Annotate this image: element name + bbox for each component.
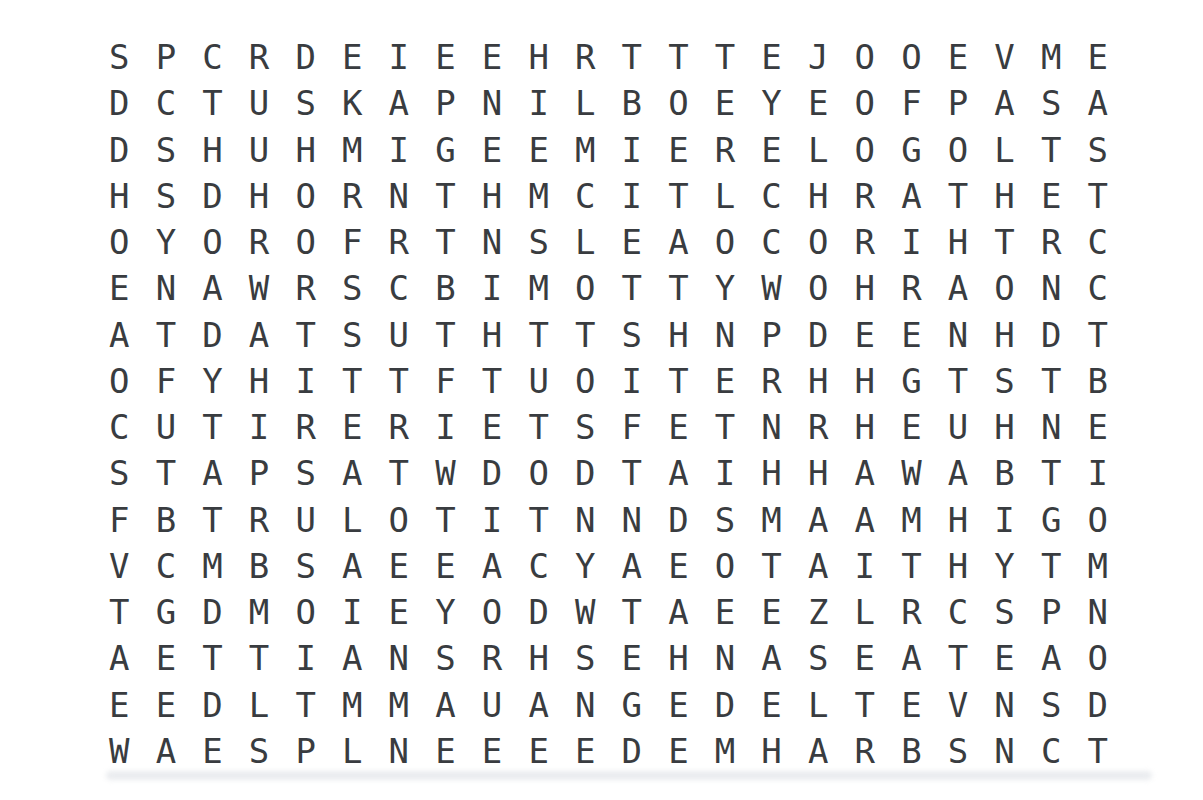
grid-cell[interactable]: E — [748, 127, 795, 173]
grid-cell[interactable]: C — [748, 219, 795, 265]
grid-cell[interactable]: F — [329, 219, 376, 265]
grid-cell[interactable]: D — [96, 127, 143, 173]
grid-cell[interactable]: H — [469, 173, 516, 219]
grid-cell[interactable]: H — [935, 543, 982, 589]
grid-cell[interactable]: E — [655, 404, 702, 450]
grid-cell[interactable]: O — [842, 80, 889, 126]
grid-cell[interactable]: S — [1074, 127, 1121, 173]
grid-cell[interactable]: T — [748, 543, 795, 589]
grid-cell[interactable]: N — [562, 497, 609, 543]
grid-cell[interactable]: O — [795, 265, 842, 311]
grid-cell[interactable]: O — [376, 497, 423, 543]
grid-cell[interactable]: J — [795, 34, 842, 80]
grid-cell[interactable]: T — [1028, 127, 1075, 173]
grid-cell[interactable]: T — [702, 34, 749, 80]
grid-cell[interactable]: T — [655, 34, 702, 80]
grid-cell[interactable]: T — [1074, 728, 1121, 774]
grid-cell[interactable]: P — [748, 312, 795, 358]
grid-cell[interactable]: C — [143, 80, 190, 126]
grid-cell[interactable]: A — [655, 589, 702, 635]
grid-cell[interactable]: A — [1074, 80, 1121, 126]
grid-cell[interactable]: M — [702, 728, 749, 774]
grid-cell[interactable]: T — [329, 358, 376, 404]
grid-cell[interactable]: H — [748, 728, 795, 774]
grid-cell[interactable]: S — [143, 173, 190, 219]
grid-cell[interactable]: E — [1028, 173, 1075, 219]
grid-cell[interactable]: A — [655, 219, 702, 265]
grid-cell[interactable]: O — [1074, 635, 1121, 681]
grid-cell[interactable]: T — [842, 682, 889, 728]
grid-cell[interactable]: L — [702, 173, 749, 219]
grid-cell[interactable]: D — [189, 312, 236, 358]
grid-cell[interactable]: F — [422, 358, 469, 404]
grid-cell[interactable]: D — [96, 80, 143, 126]
grid-cell[interactable]: H — [935, 497, 982, 543]
grid-cell[interactable]: O — [562, 358, 609, 404]
grid-cell[interactable]: A — [515, 682, 562, 728]
grid-cell[interactable]: O — [795, 219, 842, 265]
grid-cell[interactable]: T — [1028, 543, 1075, 589]
grid-cell[interactable]: U — [236, 127, 283, 173]
grid-cell[interactable]: E — [795, 80, 842, 126]
grid-cell[interactable]: R — [236, 219, 283, 265]
grid-cell[interactable]: H — [795, 358, 842, 404]
grid-cell[interactable]: T — [1074, 173, 1121, 219]
grid-cell[interactable]: L — [329, 497, 376, 543]
grid-cell[interactable]: E — [748, 589, 795, 635]
grid-cell[interactable]: U — [935, 404, 982, 450]
grid-cell[interactable]: A — [981, 80, 1028, 126]
grid-cell[interactable]: N — [376, 728, 423, 774]
grid-cell[interactable]: G — [422, 127, 469, 173]
grid-cell[interactable]: N — [748, 404, 795, 450]
grid-cell[interactable]: I — [609, 173, 656, 219]
grid-cell[interactable]: I — [282, 635, 329, 681]
grid-cell[interactable]: N — [702, 635, 749, 681]
grid-cell[interactable]: R — [1028, 219, 1075, 265]
grid-cell[interactable]: E — [655, 728, 702, 774]
grid-cell[interactable]: N — [469, 80, 516, 126]
grid-cell[interactable]: A — [842, 450, 889, 496]
grid-cell[interactable]: H — [842, 404, 889, 450]
grid-cell[interactable]: E — [329, 34, 376, 80]
grid-cell[interactable]: E — [748, 34, 795, 80]
grid-cell[interactable]: S — [515, 219, 562, 265]
grid-cell[interactable]: M — [1074, 543, 1121, 589]
grid-cell[interactable]: D — [795, 312, 842, 358]
grid-cell[interactable]: N — [702, 312, 749, 358]
grid-cell[interactable]: W — [748, 265, 795, 311]
grid-cell[interactable]: B — [888, 728, 935, 774]
grid-cell[interactable]: T — [1028, 450, 1075, 496]
grid-cell[interactable]: H — [282, 127, 329, 173]
grid-cell[interactable]: T — [1028, 358, 1075, 404]
grid-cell[interactable]: T — [96, 589, 143, 635]
grid-cell[interactable]: D — [515, 589, 562, 635]
grid-cell[interactable]: A — [143, 728, 190, 774]
grid-cell[interactable]: T — [143, 450, 190, 496]
grid-cell[interactable]: R — [376, 404, 423, 450]
grid-cell[interactable]: N — [562, 682, 609, 728]
grid-cell[interactable]: M — [515, 265, 562, 311]
grid-cell[interactable]: A — [795, 497, 842, 543]
grid-cell[interactable]: R — [888, 265, 935, 311]
grid-cell[interactable]: A — [189, 265, 236, 311]
grid-cell[interactable]: D — [469, 450, 516, 496]
grid-cell[interactable]: O — [282, 589, 329, 635]
grid-cell[interactable]: R — [329, 173, 376, 219]
grid-cell[interactable]: A — [189, 450, 236, 496]
grid-cell[interactable]: H — [842, 265, 889, 311]
grid-cell[interactable]: L — [795, 127, 842, 173]
grid-cell[interactable]: S — [702, 497, 749, 543]
grid-cell[interactable]: E — [748, 682, 795, 728]
grid-cell[interactable]: N — [1028, 265, 1075, 311]
grid-cell[interactable]: M — [329, 127, 376, 173]
grid-cell[interactable]: C — [96, 404, 143, 450]
grid-cell[interactable]: S — [422, 635, 469, 681]
grid-cell[interactable]: H — [842, 358, 889, 404]
grid-cell[interactable]: T — [376, 450, 423, 496]
grid-cell[interactable]: G — [1028, 497, 1075, 543]
grid-cell[interactable]: R — [702, 127, 749, 173]
grid-cell[interactable]: N — [1074, 589, 1121, 635]
grid-cell[interactable]: P — [236, 450, 283, 496]
grid-cell[interactable]: T — [189, 80, 236, 126]
grid-cell[interactable]: O — [96, 219, 143, 265]
grid-cell[interactable]: C — [1074, 265, 1121, 311]
grid-cell[interactable]: E — [609, 635, 656, 681]
grid-cell[interactable]: T — [562, 312, 609, 358]
grid-cell[interactable]: C — [1074, 219, 1121, 265]
grid-cell[interactable]: H — [469, 312, 516, 358]
grid-cell[interactable]: I — [1074, 450, 1121, 496]
grid-cell[interactable]: A — [935, 265, 982, 311]
grid-cell[interactable]: S — [96, 34, 143, 80]
grid-cell[interactable]: W — [888, 450, 935, 496]
grid-cell[interactable]: T — [189, 404, 236, 450]
grid-cell[interactable]: E — [469, 34, 516, 80]
grid-cell[interactable]: T — [655, 358, 702, 404]
grid-cell[interactable]: E — [702, 589, 749, 635]
grid-cell[interactable]: D — [282, 34, 329, 80]
grid-cell[interactable]: E — [888, 404, 935, 450]
grid-cell[interactable]: Y — [981, 543, 1028, 589]
grid-cell[interactable]: T — [655, 265, 702, 311]
grid-cell[interactable]: A — [935, 450, 982, 496]
grid-cell[interactable]: I — [609, 358, 656, 404]
grid-cell[interactable]: A — [469, 543, 516, 589]
grid-cell[interactable]: H — [515, 635, 562, 681]
grid-cell[interactable]: H — [189, 127, 236, 173]
grid-cell[interactable]: V — [935, 682, 982, 728]
grid-cell[interactable]: A — [329, 635, 376, 681]
grid-cell[interactable]: E — [888, 682, 935, 728]
grid-cell[interactable]: W — [236, 265, 283, 311]
grid-cell[interactable]: R — [842, 173, 889, 219]
grid-cell[interactable]: E — [422, 728, 469, 774]
grid-cell[interactable]: E — [842, 312, 889, 358]
grid-cell[interactable]: S — [96, 450, 143, 496]
grid-cell[interactable]: O — [702, 219, 749, 265]
grid-cell[interactable]: C — [935, 589, 982, 635]
grid-cell[interactable]: T — [609, 34, 656, 80]
grid-cell[interactable]: H — [981, 404, 1028, 450]
grid-cell[interactable]: E — [515, 728, 562, 774]
grid-cell[interactable]: R — [795, 404, 842, 450]
grid-cell[interactable]: H — [655, 312, 702, 358]
grid-cell[interactable]: N — [1028, 404, 1075, 450]
grid-cell[interactable]: S — [935, 728, 982, 774]
grid-cell[interactable]: U — [469, 682, 516, 728]
grid-cell[interactable]: A — [795, 728, 842, 774]
grid-cell[interactable]: S — [981, 589, 1028, 635]
grid-cell[interactable]: I — [329, 589, 376, 635]
grid-cell[interactable]: I — [376, 127, 423, 173]
grid-cell[interactable]: C — [515, 543, 562, 589]
grid-cell[interactable]: E — [609, 219, 656, 265]
grid-cell[interactable]: E — [143, 635, 190, 681]
grid-cell[interactable]: C — [562, 173, 609, 219]
grid-cell[interactable]: O — [515, 450, 562, 496]
grid-cell[interactable]: A — [236, 312, 283, 358]
grid-cell[interactable]: O — [888, 34, 935, 80]
grid-cell[interactable]: T — [981, 219, 1028, 265]
grid-cell[interactable]: T — [609, 265, 656, 311]
grid-cell[interactable]: E — [515, 127, 562, 173]
grid-cell[interactable]: T — [189, 635, 236, 681]
grid-cell[interactable]: O — [189, 219, 236, 265]
grid-cell[interactable]: N — [981, 728, 1028, 774]
grid-cell[interactable]: B — [1074, 358, 1121, 404]
grid-cell[interactable]: O — [702, 543, 749, 589]
grid-cell[interactable]: C — [748, 173, 795, 219]
grid-cell[interactable]: N — [143, 265, 190, 311]
grid-cell[interactable]: I — [422, 404, 469, 450]
grid-cell[interactable]: Y — [143, 219, 190, 265]
grid-cell[interactable]: T — [422, 497, 469, 543]
grid-cell[interactable]: E — [329, 404, 376, 450]
grid-cell[interactable]: U — [143, 404, 190, 450]
grid-cell[interactable]: D — [189, 589, 236, 635]
grid-cell[interactable]: M — [329, 682, 376, 728]
grid-cell[interactable]: T — [655, 173, 702, 219]
grid-cell[interactable]: T — [515, 497, 562, 543]
grid-cell[interactable]: U — [282, 497, 329, 543]
grid-cell[interactable]: V — [96, 543, 143, 589]
grid-cell[interactable]: E — [469, 127, 516, 173]
grid-cell[interactable]: E — [1074, 404, 1121, 450]
grid-cell[interactable]: H — [935, 219, 982, 265]
grid-cell[interactable]: M — [515, 173, 562, 219]
grid-cell[interactable]: O — [282, 173, 329, 219]
grid-cell[interactable]: B — [143, 497, 190, 543]
grid-cell[interactable]: M — [376, 682, 423, 728]
grid-cell[interactable]: D — [189, 682, 236, 728]
grid-cell[interactable]: I — [981, 497, 1028, 543]
grid-cell[interactable]: T — [702, 404, 749, 450]
grid-cell[interactable]: E — [376, 589, 423, 635]
grid-cell[interactable]: F — [143, 358, 190, 404]
grid-cell[interactable]: D — [702, 682, 749, 728]
grid-cell[interactable]: A — [842, 497, 889, 543]
grid-cell[interactable]: W — [422, 450, 469, 496]
grid-cell[interactable]: R — [282, 404, 329, 450]
grid-cell[interactable]: I — [376, 34, 423, 80]
grid-cell[interactable]: I — [282, 358, 329, 404]
grid-cell[interactable]: M — [1028, 34, 1075, 80]
grid-cell[interactable]: M — [236, 589, 283, 635]
grid-cell[interactable]: E — [842, 635, 889, 681]
grid-cell[interactable]: S — [282, 80, 329, 126]
grid-cell[interactable]: L — [562, 219, 609, 265]
grid-cell[interactable]: E — [702, 358, 749, 404]
grid-cell[interactable]: B — [236, 543, 283, 589]
grid-cell[interactable]: O — [981, 265, 1028, 311]
grid-cell[interactable]: W — [562, 589, 609, 635]
grid-cell[interactable]: N — [935, 312, 982, 358]
grid-cell[interactable]: L — [236, 682, 283, 728]
grid-cell[interactable]: G — [143, 589, 190, 635]
grid-cell[interactable]: O — [282, 219, 329, 265]
grid-cell[interactable]: S — [143, 127, 190, 173]
grid-cell[interactable]: T — [888, 543, 935, 589]
grid-cell[interactable]: D — [1028, 312, 1075, 358]
grid-cell[interactable]: T — [935, 358, 982, 404]
grid-cell[interactable]: I — [609, 127, 656, 173]
grid-cell[interactable]: T — [1074, 312, 1121, 358]
grid-cell[interactable]: T — [422, 312, 469, 358]
grid-cell[interactable]: H — [96, 173, 143, 219]
grid-cell[interactable]: P — [422, 80, 469, 126]
grid-cell[interactable]: D — [562, 450, 609, 496]
grid-cell[interactable]: E — [655, 682, 702, 728]
grid-cell[interactable]: N — [981, 682, 1028, 728]
grid-cell[interactable]: H — [515, 34, 562, 80]
grid-cell[interactable]: I — [469, 497, 516, 543]
grid-cell[interactable]: D — [655, 497, 702, 543]
grid-cell[interactable]: E — [981, 635, 1028, 681]
grid-cell[interactable]: H — [655, 635, 702, 681]
grid-cell[interactable]: B — [609, 80, 656, 126]
grid-cell[interactable]: E — [189, 728, 236, 774]
grid-cell[interactable]: R — [842, 219, 889, 265]
grid-cell[interactable]: R — [562, 34, 609, 80]
grid-cell[interactable]: I — [469, 265, 516, 311]
grid-cell[interactable]: S — [562, 404, 609, 450]
grid-cell[interactable]: R — [842, 728, 889, 774]
grid-cell[interactable]: O — [562, 265, 609, 311]
grid-cell[interactable]: H — [236, 358, 283, 404]
grid-cell[interactable]: R — [236, 497, 283, 543]
grid-cell[interactable]: C — [376, 265, 423, 311]
grid-cell[interactable]: M — [888, 497, 935, 543]
grid-cell[interactable]: E — [935, 34, 982, 80]
grid-cell[interactable]: T — [609, 589, 656, 635]
grid-cell[interactable]: I — [888, 219, 935, 265]
grid-cell[interactable]: E — [702, 80, 749, 126]
grid-cell[interactable]: E — [469, 728, 516, 774]
grid-cell[interactable]: T — [282, 312, 329, 358]
grid-cell[interactable]: T — [189, 497, 236, 543]
grid-cell[interactable]: A — [795, 543, 842, 589]
grid-cell[interactable]: P — [935, 80, 982, 126]
grid-cell[interactable]: F — [96, 497, 143, 543]
grid-cell[interactable]: Y — [422, 589, 469, 635]
grid-cell[interactable]: C — [189, 34, 236, 80]
grid-cell[interactable]: G — [888, 358, 935, 404]
grid-cell[interactable]: O — [1074, 497, 1121, 543]
grid-cell[interactable]: P — [282, 728, 329, 774]
grid-cell[interactable]: T — [469, 358, 516, 404]
grid-cell[interactable]: A — [96, 312, 143, 358]
grid-cell[interactable]: S — [329, 265, 376, 311]
grid-cell[interactable]: D — [189, 173, 236, 219]
grid-cell[interactable]: E — [888, 312, 935, 358]
grid-cell[interactable]: A — [329, 543, 376, 589]
grid-cell[interactable]: Y — [702, 265, 749, 311]
grid-cell[interactable]: R — [236, 34, 283, 80]
grid-cell[interactable]: T — [515, 404, 562, 450]
grid-cell[interactable]: T — [609, 450, 656, 496]
grid-cell[interactable]: O — [842, 127, 889, 173]
grid-cell[interactable]: S — [282, 543, 329, 589]
grid-cell[interactable]: F — [888, 80, 935, 126]
grid-cell[interactable]: A — [96, 635, 143, 681]
grid-cell[interactable]: O — [935, 127, 982, 173]
grid-cell[interactable]: W — [96, 728, 143, 774]
grid-cell[interactable]: H — [981, 312, 1028, 358]
grid-cell[interactable]: O — [655, 80, 702, 126]
grid-cell[interactable]: E — [422, 543, 469, 589]
grid-cell[interactable]: T — [422, 173, 469, 219]
grid-cell[interactable]: T — [935, 635, 982, 681]
grid-cell[interactable]: M — [562, 127, 609, 173]
grid-cell[interactable]: M — [189, 543, 236, 589]
grid-cell[interactable]: O — [842, 34, 889, 80]
grid-cell[interactable]: E — [422, 34, 469, 80]
grid-cell[interactable]: U — [376, 312, 423, 358]
grid-cell[interactable]: C — [143, 543, 190, 589]
grid-cell[interactable]: A — [609, 543, 656, 589]
grid-cell[interactable]: N — [376, 173, 423, 219]
grid-cell[interactable]: L — [842, 589, 889, 635]
grid-cell[interactable]: S — [1028, 80, 1075, 126]
grid-cell[interactable]: R — [888, 589, 935, 635]
grid-cell[interactable]: S — [236, 728, 283, 774]
grid-cell[interactable]: S — [282, 450, 329, 496]
grid-cell[interactable]: P — [143, 34, 190, 80]
grid-cell[interactable]: S — [1028, 682, 1075, 728]
grid-cell[interactable]: R — [469, 635, 516, 681]
grid-cell[interactable]: E — [96, 682, 143, 728]
grid-cell[interactable]: I — [515, 80, 562, 126]
grid-cell[interactable]: S — [609, 312, 656, 358]
grid-cell[interactable]: A — [376, 80, 423, 126]
grid-cell[interactable]: E — [562, 728, 609, 774]
grid-cell[interactable]: A — [422, 682, 469, 728]
grid-cell[interactable]: T — [236, 635, 283, 681]
grid-cell[interactable]: Y — [562, 543, 609, 589]
grid-cell[interactable]: E — [96, 265, 143, 311]
grid-cell[interactable]: L — [329, 728, 376, 774]
grid-cell[interactable]: T — [935, 173, 982, 219]
grid-cell[interactable]: H — [236, 173, 283, 219]
grid-cell[interactable]: S — [562, 635, 609, 681]
grid-cell[interactable]: B — [422, 265, 469, 311]
grid-cell[interactable]: C — [1028, 728, 1075, 774]
grid-cell[interactable]: O — [96, 358, 143, 404]
